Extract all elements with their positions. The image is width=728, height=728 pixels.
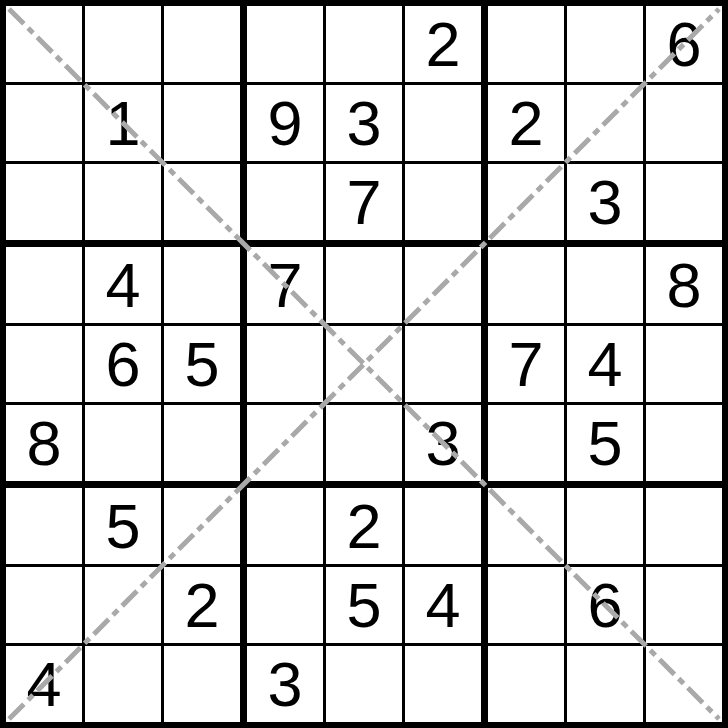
box-top-right: 6 2 3 bbox=[488, 6, 722, 240]
cell-r3c2[interactable] bbox=[85, 164, 161, 240]
cell-r3c3[interactable] bbox=[164, 164, 240, 240]
cell-r7c9[interactable] bbox=[646, 488, 722, 564]
box-top-left: 1 bbox=[6, 6, 240, 240]
cell-r4c2[interactable]: 4 bbox=[85, 247, 161, 323]
cell-r2c6[interactable] bbox=[405, 85, 481, 161]
cell-r7c1[interactable] bbox=[6, 488, 82, 564]
cell-r8c1[interactable] bbox=[6, 567, 82, 643]
cell-r2c8[interactable] bbox=[567, 85, 643, 161]
cell-r1c1[interactable] bbox=[6, 6, 82, 82]
box-bottom-center: 2 5 4 3 bbox=[247, 488, 481, 722]
cell-r2c9[interactable] bbox=[646, 85, 722, 161]
cell-r5c5[interactable] bbox=[326, 326, 402, 402]
cell-r2c3[interactable] bbox=[164, 85, 240, 161]
cell-r2c2[interactable]: 1 bbox=[85, 85, 161, 161]
box-top-center: 2 9 3 7 bbox=[247, 6, 481, 240]
cell-r1c7[interactable] bbox=[488, 6, 564, 82]
cell-r3c7[interactable] bbox=[488, 164, 564, 240]
cell-r1c3[interactable] bbox=[164, 6, 240, 82]
cell-r5c2[interactable]: 6 bbox=[85, 326, 161, 402]
cell-r5c8[interactable]: 4 bbox=[567, 326, 643, 402]
cell-r6c9[interactable] bbox=[646, 405, 722, 481]
cell-r5c7[interactable]: 7 bbox=[488, 326, 564, 402]
cell-r9c9[interactable] bbox=[646, 646, 722, 722]
cell-r3c6[interactable] bbox=[405, 164, 481, 240]
cell-r4c5[interactable] bbox=[326, 247, 402, 323]
cell-r2c4[interactable]: 9 bbox=[247, 85, 323, 161]
cell-r5c6[interactable] bbox=[405, 326, 481, 402]
cell-r6c4[interactable] bbox=[247, 405, 323, 481]
cell-r6c1[interactable]: 8 bbox=[6, 405, 82, 481]
cell-r3c1[interactable] bbox=[6, 164, 82, 240]
cell-r7c4[interactable] bbox=[247, 488, 323, 564]
cell-r4c6[interactable] bbox=[405, 247, 481, 323]
cell-r9c5[interactable] bbox=[326, 646, 402, 722]
cell-r4c3[interactable] bbox=[164, 247, 240, 323]
box-middle-right: 8 7 4 5 bbox=[488, 247, 722, 481]
cell-r8c6[interactable]: 4 bbox=[405, 567, 481, 643]
cell-r8c5[interactable]: 5 bbox=[326, 567, 402, 643]
box-bottom-right: 6 bbox=[488, 488, 722, 722]
sudoku-board: 1 2 9 3 7 6 2 3 bbox=[0, 0, 728, 728]
cell-r8c2[interactable] bbox=[85, 567, 161, 643]
cell-r7c2[interactable]: 5 bbox=[85, 488, 161, 564]
cell-r8c3[interactable]: 2 bbox=[164, 567, 240, 643]
cell-r4c4[interactable]: 7 bbox=[247, 247, 323, 323]
cell-r5c4[interactable] bbox=[247, 326, 323, 402]
cell-r8c8[interactable]: 6 bbox=[567, 567, 643, 643]
cell-r5c9[interactable] bbox=[646, 326, 722, 402]
cell-r9c1[interactable]: 4 bbox=[6, 646, 82, 722]
cell-r3c4[interactable] bbox=[247, 164, 323, 240]
cell-r9c4[interactable]: 3 bbox=[247, 646, 323, 722]
cell-r9c7[interactable] bbox=[488, 646, 564, 722]
cell-r8c7[interactable] bbox=[488, 567, 564, 643]
cell-r1c5[interactable] bbox=[326, 6, 402, 82]
cell-r7c7[interactable] bbox=[488, 488, 564, 564]
cell-r2c7[interactable]: 2 bbox=[488, 85, 564, 161]
sudoku-grid: 1 2 9 3 7 6 2 3 bbox=[0, 0, 728, 728]
cell-r6c3[interactable] bbox=[164, 405, 240, 481]
cell-r7c5[interactable]: 2 bbox=[326, 488, 402, 564]
cell-r6c7[interactable] bbox=[488, 405, 564, 481]
cell-r6c8[interactable]: 5 bbox=[567, 405, 643, 481]
cell-r9c6[interactable] bbox=[405, 646, 481, 722]
cell-r1c6[interactable]: 2 bbox=[405, 6, 481, 82]
cell-r4c7[interactable] bbox=[488, 247, 564, 323]
cell-r4c8[interactable] bbox=[567, 247, 643, 323]
box-bottom-left: 5 2 4 bbox=[6, 488, 240, 722]
cell-r4c1[interactable] bbox=[6, 247, 82, 323]
cell-r9c2[interactable] bbox=[85, 646, 161, 722]
cell-r2c1[interactable] bbox=[6, 85, 82, 161]
cell-r7c3[interactable] bbox=[164, 488, 240, 564]
cell-r6c2[interactable] bbox=[85, 405, 161, 481]
cell-r1c9[interactable]: 6 bbox=[646, 6, 722, 82]
cell-r8c4[interactable] bbox=[247, 567, 323, 643]
cell-r7c6[interactable] bbox=[405, 488, 481, 564]
cell-r9c3[interactable] bbox=[164, 646, 240, 722]
cell-r5c3[interactable]: 5 bbox=[164, 326, 240, 402]
box-center: 7 3 bbox=[247, 247, 481, 481]
cell-r4c9[interactable]: 8 bbox=[646, 247, 722, 323]
cell-r2c5[interactable]: 3 bbox=[326, 85, 402, 161]
cell-r1c8[interactable] bbox=[567, 6, 643, 82]
cell-r6c5[interactable] bbox=[326, 405, 402, 481]
cell-r7c8[interactable] bbox=[567, 488, 643, 564]
cell-r6c6[interactable]: 3 bbox=[405, 405, 481, 481]
cell-r3c8[interactable]: 3 bbox=[567, 164, 643, 240]
cell-r5c1[interactable] bbox=[6, 326, 82, 402]
cell-r3c5[interactable]: 7 bbox=[326, 164, 402, 240]
cell-r9c8[interactable] bbox=[567, 646, 643, 722]
cell-r1c2[interactable] bbox=[85, 6, 161, 82]
cell-r1c4[interactable] bbox=[247, 6, 323, 82]
cell-r8c9[interactable] bbox=[646, 567, 722, 643]
box-middle-left: 4 6 5 8 bbox=[6, 247, 240, 481]
cell-r3c9[interactable] bbox=[646, 164, 722, 240]
